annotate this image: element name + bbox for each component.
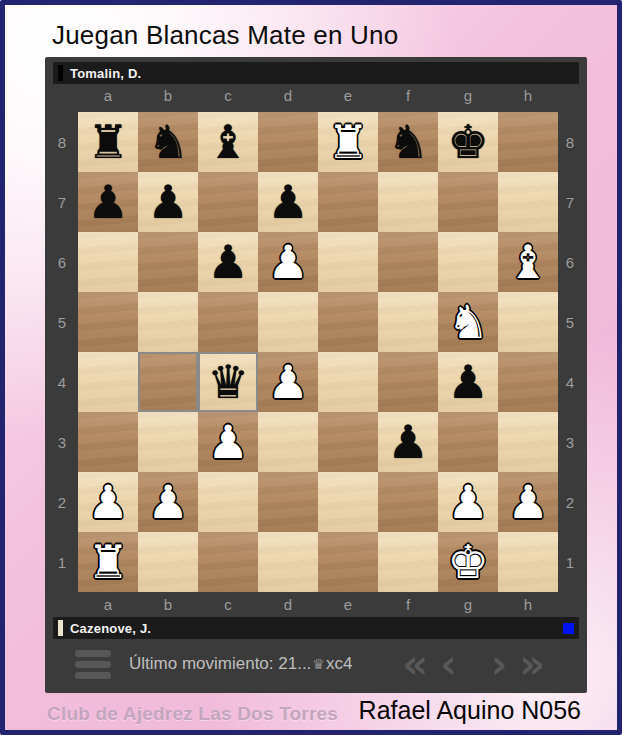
square-b2[interactable]: ♟ [138, 472, 198, 532]
square-f3[interactable]: ♟ [378, 412, 438, 472]
square-d1[interactable] [258, 532, 318, 592]
square-d8[interactable] [258, 112, 318, 172]
square-f5[interactable] [378, 292, 438, 352]
rank-labels-right: 87654321 [558, 112, 582, 592]
square-e6[interactable] [318, 232, 378, 292]
next-move-button[interactable]: › [485, 644, 513, 684]
file-label-e: e [318, 84, 378, 106]
square-b7[interactable]: ♟ [138, 172, 198, 232]
previous-move-button[interactable]: ‹ [434, 644, 462, 684]
file-labels-bottom: abcdefgh [78, 593, 558, 615]
white-player-name: Cazenove, J. [70, 621, 151, 636]
square-h3[interactable] [498, 412, 558, 472]
black-player-bar: Tomalin, D. [53, 62, 579, 84]
white-pawn: ♟ [138, 472, 198, 532]
rank-label-2: 2 [558, 472, 582, 532]
file-label-g: g [438, 593, 498, 615]
rank-label-8: 8 [50, 112, 74, 172]
move-navigation: « ‹ › » [396, 644, 551, 684]
square-a2[interactable]: ♟ [78, 472, 138, 532]
square-d3[interactable] [258, 412, 318, 472]
square-h6[interactable]: ♝ [498, 232, 558, 292]
file-label-d: d [258, 84, 318, 106]
file-label-c: c [198, 593, 258, 615]
file-label-f: f [378, 593, 438, 615]
square-a8[interactable]: ♜ [78, 112, 138, 172]
club-watermark: Club de Ajedrez Las Dos Torres [47, 703, 338, 725]
black-knight: ♞ [138, 112, 198, 172]
square-f4[interactable] [378, 352, 438, 412]
white-player-bar: Cazenove, J. [53, 617, 579, 639]
square-b5[interactable] [138, 292, 198, 352]
rank-label-8: 8 [558, 112, 582, 172]
square-c7[interactable] [198, 172, 258, 232]
square-c1[interactable] [198, 532, 258, 592]
black-king: ♚ [438, 112, 498, 172]
chess-widget: Tomalin, D. abcdefgh 87654321 87654321 ♜… [45, 57, 587, 693]
square-e2[interactable] [318, 472, 378, 532]
black-pawn: ♟ [138, 172, 198, 232]
file-label-b: b [138, 593, 198, 615]
square-d7[interactable]: ♟ [258, 172, 318, 232]
file-label-e: e [318, 593, 378, 615]
square-d4[interactable]: ♟ [258, 352, 318, 412]
rank-label-6: 6 [50, 232, 74, 292]
last-move-button[interactable]: » [513, 644, 551, 684]
black-side-swatch [58, 65, 63, 81]
square-e4[interactable] [318, 352, 378, 412]
square-f2[interactable] [378, 472, 438, 532]
white-king: ♚ [438, 532, 498, 592]
square-h8[interactable] [498, 112, 558, 172]
rank-label-7: 7 [50, 172, 74, 232]
square-f6[interactable] [378, 232, 438, 292]
black-knight: ♞ [378, 112, 438, 172]
square-h5[interactable] [498, 292, 558, 352]
square-c3[interactable]: ♟ [198, 412, 258, 472]
rank-label-5: 5 [50, 292, 74, 352]
first-move-button[interactable]: « [396, 644, 434, 684]
white-rook: ♜ [78, 532, 138, 592]
square-e7[interactable] [318, 172, 378, 232]
square-d6[interactable]: ♟ [258, 232, 318, 292]
rank-label-3: 3 [558, 412, 582, 472]
square-c6[interactable]: ♟ [198, 232, 258, 292]
black-pawn: ♟ [198, 232, 258, 292]
rank-labels-left: 87654321 [50, 112, 74, 592]
control-bar: Último movimiento: 21...♛xc4 « ‹ › » [53, 642, 579, 686]
white-pawn: ♟ [198, 412, 258, 472]
square-a5[interactable] [78, 292, 138, 352]
white-knight: ♞ [438, 292, 498, 352]
file-labels-top: abcdefgh [78, 84, 558, 106]
file-label-h: h [498, 84, 558, 106]
last-move-label: Último movimiento: 21... [129, 654, 311, 674]
menu-icon[interactable] [75, 650, 111, 679]
square-e3[interactable] [318, 412, 378, 472]
white-pawn: ♟ [258, 352, 318, 412]
black-pawn: ♟ [438, 352, 498, 412]
rank-label-5: 5 [558, 292, 582, 352]
square-g6[interactable] [438, 232, 498, 292]
square-a7[interactable]: ♟ [78, 172, 138, 232]
square-g4[interactable]: ♟ [438, 352, 498, 412]
black-queen: ♛ [198, 352, 258, 412]
rank-label-1: 1 [50, 532, 74, 592]
square-a4[interactable] [78, 352, 138, 412]
square-h4[interactable] [498, 352, 558, 412]
square-g2[interactable]: ♟ [438, 472, 498, 532]
square-e1[interactable] [318, 532, 378, 592]
square-b1[interactable] [138, 532, 198, 592]
rank-label-7: 7 [558, 172, 582, 232]
rank-label-4: 4 [50, 352, 74, 412]
page-background: Juegan Blancas Mate en Uno Tomalin, D. a… [0, 0, 622, 735]
black-rook: ♜ [78, 112, 138, 172]
white-pawn: ♟ [78, 472, 138, 532]
square-c8[interactable]: ♝ [198, 112, 258, 172]
rank-label-1: 1 [558, 532, 582, 592]
black-pawn: ♟ [258, 172, 318, 232]
square-c5[interactable] [198, 292, 258, 352]
black-pawn: ♟ [378, 412, 438, 472]
file-label-g: g [438, 84, 498, 106]
square-e5[interactable] [318, 292, 378, 352]
square-b3[interactable] [138, 412, 198, 472]
last-move-text: Último movimiento: 21...♛xc4 [129, 654, 352, 674]
square-g5[interactable]: ♞ [438, 292, 498, 352]
rank-label-3: 3 [50, 412, 74, 472]
square-b4[interactable] [138, 352, 198, 412]
square-b8[interactable]: ♞ [138, 112, 198, 172]
square-f8[interactable]: ♞ [378, 112, 438, 172]
square-a3[interactable] [78, 412, 138, 472]
file-label-d: d [258, 593, 318, 615]
black-queen-icon: ♛ [312, 656, 325, 672]
square-f1[interactable] [378, 532, 438, 592]
white-bishop: ♝ [498, 232, 558, 292]
square-h7[interactable] [498, 172, 558, 232]
square-c2[interactable] [198, 472, 258, 532]
square-h2[interactable]: ♟ [498, 472, 558, 532]
rank-label-2: 2 [50, 472, 74, 532]
square-b6[interactable] [138, 232, 198, 292]
author-credit: Rafael Aquino N056 [359, 696, 581, 725]
square-c4[interactable]: ♛ [198, 352, 258, 412]
file-label-h: h [498, 593, 558, 615]
puzzle-title: Juegan Blancas Mate en Uno [52, 20, 398, 51]
rank-label-6: 6 [558, 232, 582, 292]
last-move-target: xc4 [326, 654, 352, 674]
white-pawn: ♟ [258, 232, 318, 292]
square-d2[interactable] [258, 472, 318, 532]
white-rook: ♜ [318, 112, 378, 172]
file-label-c: c [198, 84, 258, 106]
square-g8[interactable]: ♚ [438, 112, 498, 172]
square-g7[interactable] [438, 172, 498, 232]
black-player-name: Tomalin, D. [70, 66, 141, 81]
square-g1[interactable]: ♚ [438, 532, 498, 592]
board[interactable]: ♜♞♝♜♞♚♟♟♟♟♟♝♞♛♟♟♟♟♟♟♟♟♜♚ [78, 112, 558, 592]
white-pawn: ♟ [438, 472, 498, 532]
square-e8[interactable]: ♜ [318, 112, 378, 172]
file-label-a: a [78, 593, 138, 615]
square-a6[interactable] [78, 232, 138, 292]
black-pawn: ♟ [78, 172, 138, 232]
white-pawn: ♟ [498, 472, 558, 532]
square-d5[interactable] [258, 292, 318, 352]
square-h1[interactable] [498, 532, 558, 592]
white-side-swatch [58, 620, 63, 636]
turn-indicator [563, 623, 574, 634]
rank-label-4: 4 [558, 352, 582, 412]
file-label-f: f [378, 84, 438, 106]
black-bishop: ♝ [198, 112, 258, 172]
file-label-a: a [78, 84, 138, 106]
file-label-b: b [138, 84, 198, 106]
square-g3[interactable] [438, 412, 498, 472]
square-a1[interactable]: ♜ [78, 532, 138, 592]
square-f7[interactable] [378, 172, 438, 232]
